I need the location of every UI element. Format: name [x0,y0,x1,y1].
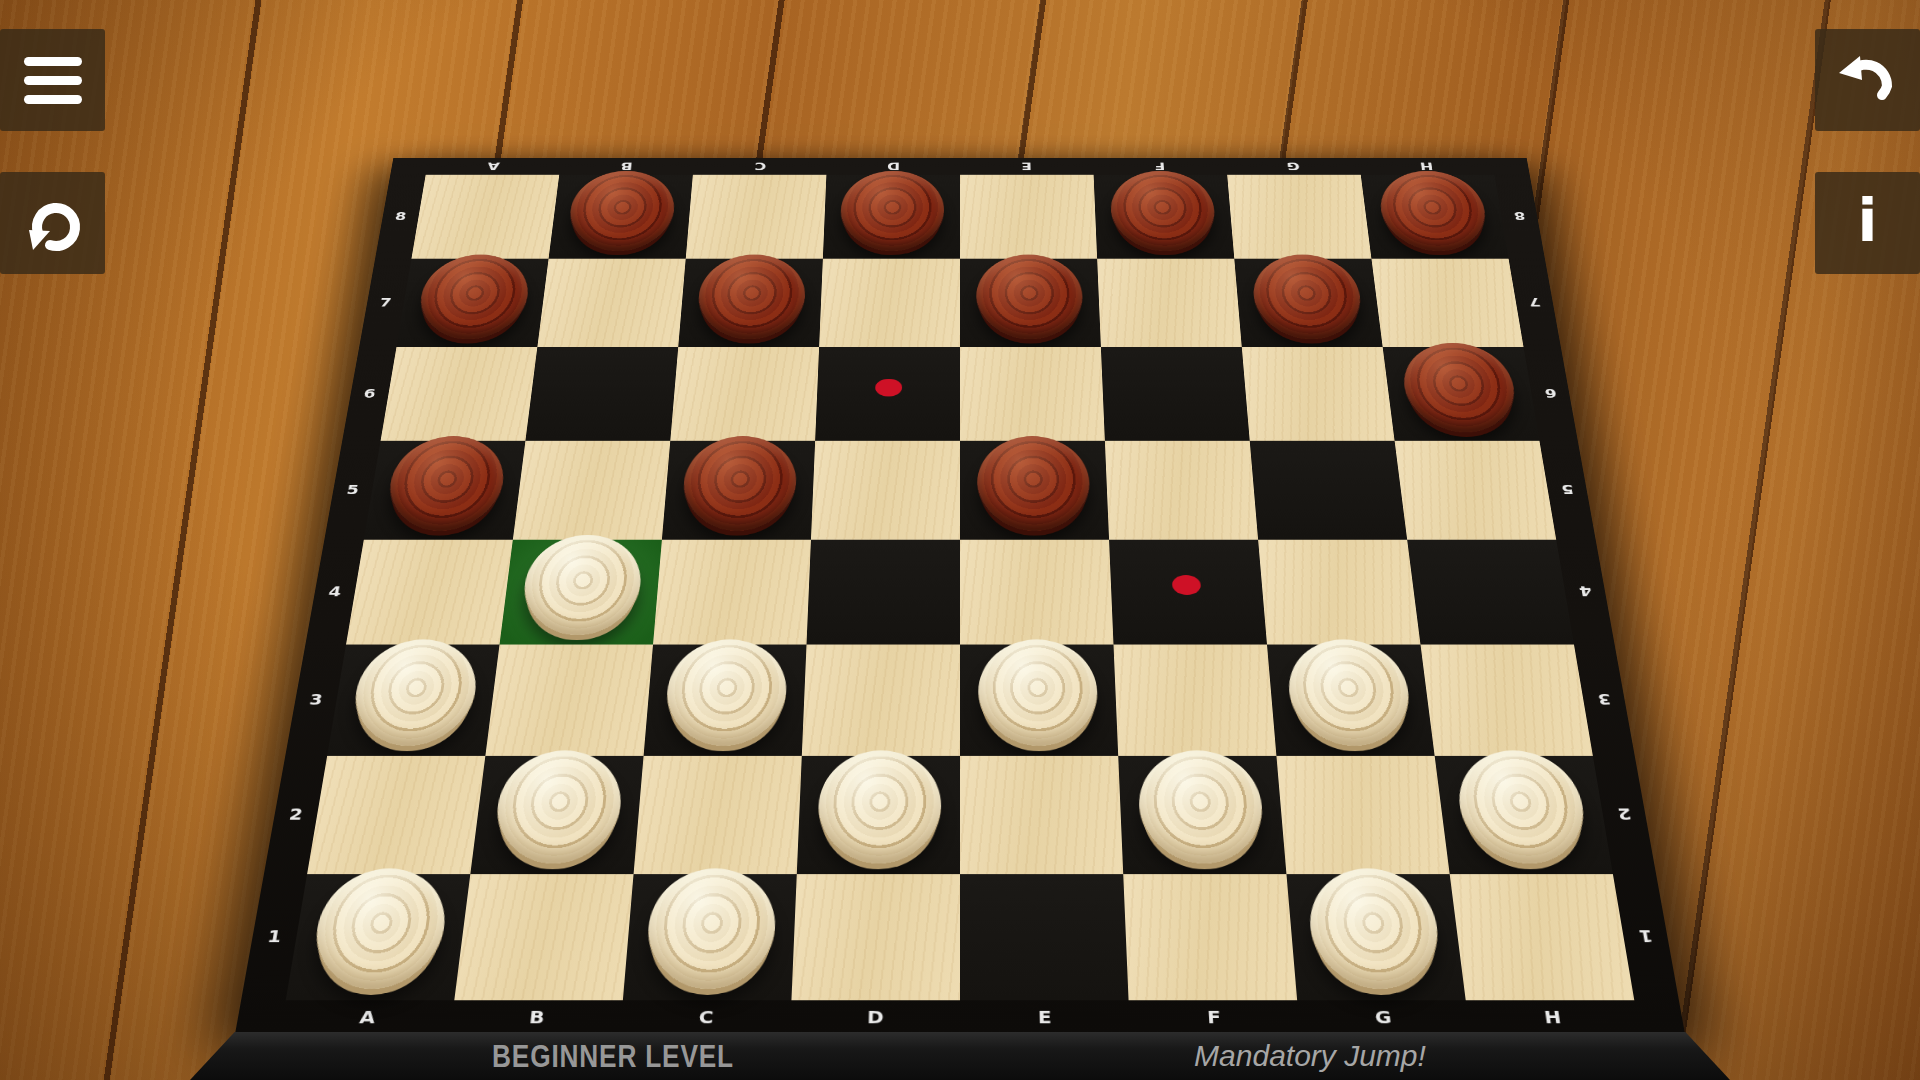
square-a4 [346,540,513,645]
square-c1[interactable] [623,874,797,1000]
square-c4 [653,540,811,645]
frame-corner [390,158,428,174]
square-b5 [513,441,670,540]
white-checker-piece[interactable] [663,639,789,745]
checkers-board: ABCDEFGH8877665544332211ABCDEFGH [235,158,1685,1034]
white-checker-piece[interactable] [978,639,1099,745]
square-h6[interactable] [1383,347,1540,441]
white-checker-piece[interactable] [1137,750,1267,863]
file-label-bottom-a: A [280,1000,454,1034]
square-f3 [1113,645,1276,756]
square-g1[interactable] [1286,874,1465,1000]
square-f4[interactable] [1109,540,1267,645]
file-label-bottom-d: D [790,1000,960,1034]
file-label-bottom-b: B [450,1000,623,1034]
file-label-bottom-e: E [960,1000,1130,1034]
square-b2[interactable] [470,756,643,874]
restart-button[interactable] [0,172,105,274]
square-g4 [1258,540,1420,645]
square-f5 [1105,441,1258,540]
undo-icon [1835,47,1901,113]
square-g7[interactable] [1234,259,1382,348]
square-b7 [537,259,685,348]
square-f6[interactable] [1101,347,1250,441]
square-b4[interactable] [500,540,662,645]
move-hint-dot[interactable] [875,379,902,397]
square-a8 [411,175,559,259]
board-front-panel: BEGINNER LEVEL Mandatory Jump! [190,1032,1730,1080]
red-checker-piece[interactable] [383,436,509,531]
square-e8 [960,175,1097,259]
red-checker-piece[interactable] [1109,171,1217,251]
square-e1[interactable] [960,874,1129,1000]
red-checker-piece[interactable] [695,255,806,340]
checkers-game-screen: ABCDEFGH8877665544332211ABCDEFGH BEGINNE… [0,0,1920,1080]
square-h7 [1371,259,1523,348]
undo-button[interactable] [1815,29,1920,131]
square-h2[interactable] [1435,756,1613,874]
square-c5[interactable] [662,441,815,540]
frame-corner [1492,158,1530,174]
square-c3[interactable] [644,645,807,756]
square-h4[interactable] [1407,540,1574,645]
square-b1 [454,874,633,1000]
red-checker-piece[interactable] [1376,171,1491,251]
file-label-bottom-c: C [620,1000,791,1034]
red-checker-piece[interactable] [414,255,533,340]
red-checker-piece[interactable] [1250,255,1365,340]
square-e3[interactable] [960,645,1118,756]
board-perspective-wrapper: ABCDEFGH8877665544332211ABCDEFGH [235,158,1685,1034]
red-checker-piece[interactable] [839,171,944,251]
white-checker-piece[interactable] [816,750,941,863]
square-h1 [1450,874,1635,1000]
square-a6 [381,347,538,441]
white-checker-piece[interactable] [1285,639,1415,745]
white-checker-piece[interactable] [307,868,451,988]
square-b3 [485,645,653,756]
square-a3[interactable] [327,645,499,756]
square-c8 [686,175,827,259]
square-a1[interactable] [286,874,471,1000]
level-label: BEGINNER LEVEL [492,1038,734,1075]
square-a2 [307,756,485,874]
square-g8 [1227,175,1371,259]
square-b8[interactable] [549,175,693,259]
red-checker-piece[interactable] [566,171,678,251]
square-f8[interactable] [1094,175,1235,259]
square-g5[interactable] [1250,441,1407,540]
move-hint-dot[interactable] [1172,575,1202,595]
white-checker-piece[interactable] [1453,750,1592,863]
square-d3 [802,645,960,756]
square-c7[interactable] [678,259,823,348]
square-e5[interactable] [960,441,1109,540]
square-d4[interactable] [807,540,960,645]
square-h8[interactable] [1361,175,1509,259]
square-d5 [811,441,960,540]
mandatory-jump-message: Mandatory Jump! [1194,1039,1426,1073]
red-checker-piece[interactable] [1399,343,1521,432]
square-h5 [1395,441,1557,540]
square-d1 [791,874,960,1000]
square-f7 [1097,259,1242,348]
red-checker-piece[interactable] [680,436,798,531]
square-c2 [634,756,802,874]
square-f1 [1123,874,1297,1000]
square-e2 [960,756,1123,874]
square-e7[interactable] [960,259,1101,348]
red-checker-piece[interactable] [976,255,1084,340]
info-icon: i [1858,192,1878,250]
white-checker-piece[interactable] [519,535,645,635]
white-checker-piece[interactable] [347,639,482,745]
square-g2 [1276,756,1449,874]
square-e4 [960,540,1113,645]
square-d8[interactable] [823,175,960,259]
white-checker-piece[interactable] [644,868,778,988]
restart-icon [20,190,86,256]
square-d2[interactable] [797,756,960,874]
square-f2[interactable] [1118,756,1286,874]
menu-button[interactable] [0,29,105,131]
file-label-bottom-g: G [1297,1000,1470,1034]
square-a5[interactable] [364,441,526,540]
hamburger-menu-icon [24,57,82,104]
file-label-top-c: C [693,158,827,174]
square-c6 [670,347,819,441]
info-button[interactable]: i [1815,172,1920,274]
square-a7[interactable] [396,259,548,348]
square-d6[interactable] [815,347,960,441]
file-label-bottom-f: F [1129,1000,1300,1034]
square-g3[interactable] [1267,645,1435,756]
file-label-top-g: G [1226,158,1361,174]
white-checker-piece[interactable] [1305,868,1444,988]
frame-corner [235,1000,286,1034]
file-label-bottom-h: H [1466,1000,1640,1034]
square-e6 [960,347,1105,441]
red-checker-piece[interactable] [977,436,1091,531]
file-label-top-e: E [960,158,1094,174]
square-b6[interactable] [525,347,678,441]
file-label-top-a: A [426,158,562,174]
frame-corner [1634,1000,1685,1034]
white-checker-piece[interactable] [491,750,626,863]
square-h3 [1420,645,1592,756]
square-g6 [1242,347,1395,441]
square-d7 [819,259,960,348]
